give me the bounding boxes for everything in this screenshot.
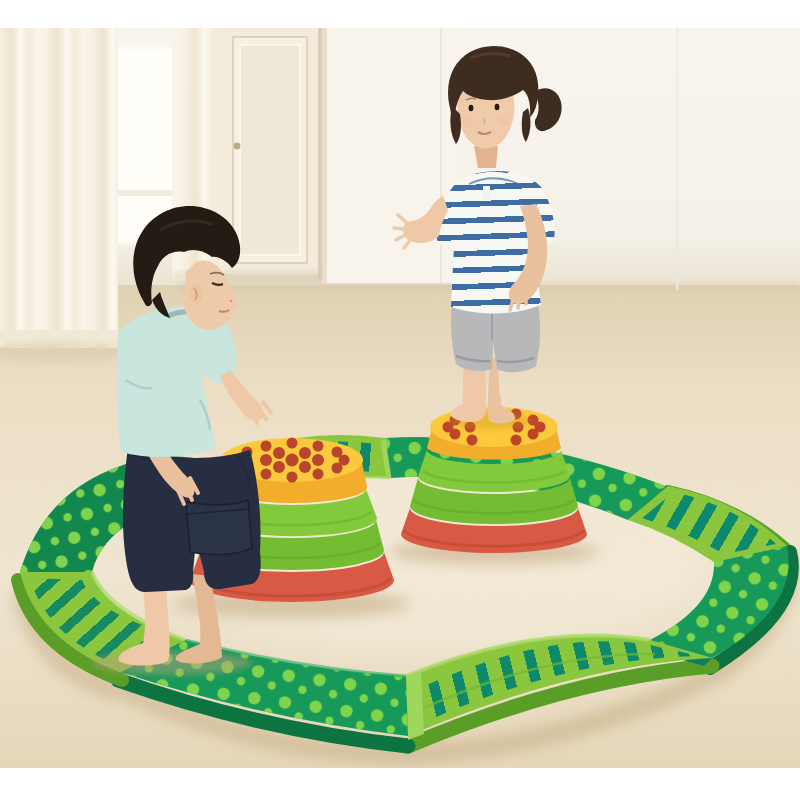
girl-right-eye [495,104,500,110]
door-knob [234,143,241,150]
curtain-panel [0,28,118,348]
curtain-left [0,28,133,362]
boy-cargo-pocket [186,500,252,555]
girl-neck [474,146,498,168]
balance-path-photo [0,0,800,800]
girl-placket [483,186,490,200]
girl-right-cheek [498,116,508,126]
boy-shadow [92,651,252,675]
wall-corner-line [676,28,679,290]
top-white-border [0,0,800,28]
door-panel-inset [240,45,300,255]
photo-canvas [0,0,800,800]
bottom-white-border [0,768,800,800]
window-muntin [114,190,178,196]
segment-end-face [406,672,424,740]
boy-nostril [230,300,233,303]
wardrobe-edge [322,27,327,283]
door-floor-shadow [220,272,325,284]
girl-left-eye [469,105,474,111]
door-gap-line [318,27,322,279]
girl-left-cheek [463,117,473,127]
